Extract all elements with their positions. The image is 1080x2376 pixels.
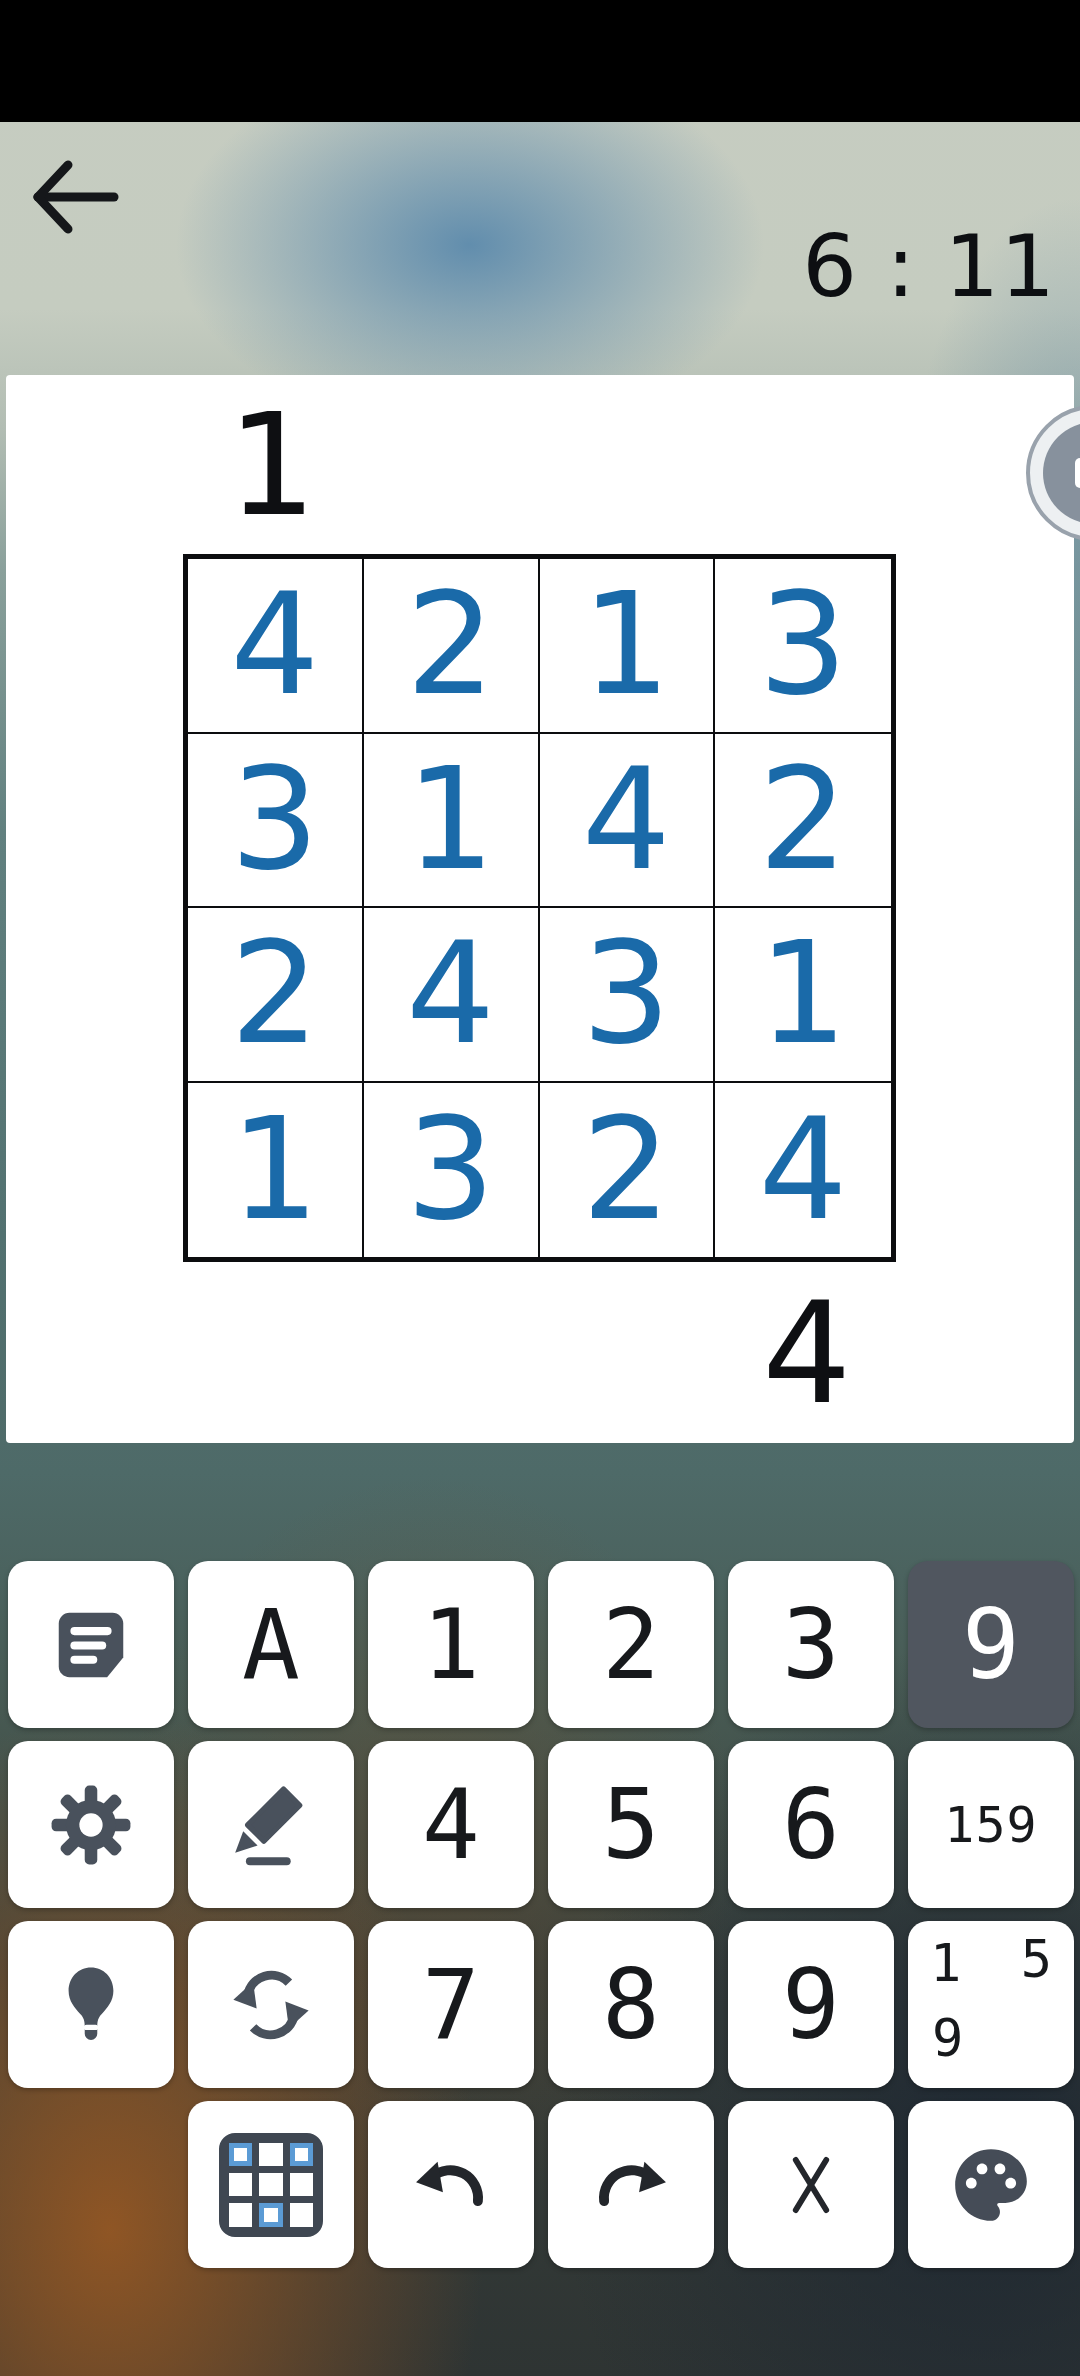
grid-cell[interactable]: 3 bbox=[364, 1083, 540, 1258]
clue-bottom-3 bbox=[540, 1267, 718, 1441]
key-digit-5[interactable]: 5 bbox=[548, 1741, 714, 1908]
multi-select-button[interactable] bbox=[188, 2101, 354, 2268]
sync-icon bbox=[228, 1962, 314, 2048]
grid-cell[interactable]: 1 bbox=[188, 1083, 364, 1258]
key-digit-3[interactable]: 3 bbox=[728, 1561, 894, 1728]
back-arrow-icon bbox=[26, 227, 122, 246]
hint-button[interactable] bbox=[8, 1921, 174, 2088]
grid-cell[interactable]: 2 bbox=[715, 734, 891, 909]
key-digit-2[interactable]: 2 bbox=[548, 1561, 714, 1728]
theme-button[interactable] bbox=[908, 2101, 1074, 2268]
grid-cell[interactable]: 2 bbox=[188, 908, 364, 1083]
key-digit-8[interactable]: 8 bbox=[548, 1921, 714, 2088]
undo-icon bbox=[408, 2142, 494, 2228]
grid-cell[interactable]: 3 bbox=[540, 908, 716, 1083]
grid-cell[interactable]: 2 bbox=[364, 559, 540, 734]
keypad: A 1 2 3 9 bbox=[0, 1561, 1080, 2281]
grid-cell[interactable]: 4 bbox=[364, 908, 540, 1083]
clue-row-bottom: 4 bbox=[183, 1267, 896, 1441]
clue-top-4 bbox=[718, 383, 896, 548]
grid-cell[interactable]: 4 bbox=[540, 734, 716, 909]
key-digit-4[interactable]: 4 bbox=[368, 1741, 534, 1908]
key-digit-6[interactable]: 6 bbox=[728, 1741, 894, 1908]
grid-cell[interactable]: 3 bbox=[715, 559, 891, 734]
clue-top-2 bbox=[361, 383, 539, 548]
undo-button[interactable] bbox=[368, 2101, 534, 2268]
corner-note-bottom-left: 9 bbox=[932, 2012, 963, 2064]
clue-top-3 bbox=[540, 383, 718, 548]
pencil-icon bbox=[228, 1782, 314, 1868]
pencil-mode-button[interactable] bbox=[188, 1741, 354, 1908]
redo-icon bbox=[588, 2142, 674, 2228]
key-digit-9[interactable]: 9 bbox=[728, 1921, 894, 2088]
timer: 6 : 11 bbox=[802, 216, 1056, 316]
key-digit-9-selected[interactable]: 9 bbox=[908, 1561, 1074, 1728]
edge-panel-handle-icon bbox=[1043, 422, 1080, 524]
clue-bottom-2 bbox=[361, 1267, 539, 1441]
close-x-icon bbox=[768, 2142, 854, 2228]
corner-note-top-right: 5 bbox=[1021, 1933, 1052, 1985]
gear-icon bbox=[48, 1782, 134, 1868]
clue-row-top: 1 bbox=[183, 383, 896, 548]
grid-cell[interactable]: 1 bbox=[364, 734, 540, 909]
corner-note-top-left: 1 bbox=[930, 1937, 961, 1989]
key-digit-7[interactable]: 7 bbox=[368, 1921, 534, 2088]
key-letter-a[interactable]: A bbox=[188, 1561, 354, 1728]
notes-button[interactable] bbox=[8, 1561, 174, 1728]
center-notes-preview: 159 bbox=[944, 1800, 1037, 1850]
settings-button[interactable] bbox=[8, 1741, 174, 1908]
grid-cell[interactable]: 4 bbox=[188, 559, 364, 734]
clue-top-1: 1 bbox=[183, 383, 361, 548]
grid-cell[interactable]: 2 bbox=[540, 1083, 716, 1258]
key-digit-1[interactable]: 1 bbox=[368, 1561, 534, 1728]
grid-cell[interactable]: 3 bbox=[188, 734, 364, 909]
redo-button[interactable] bbox=[548, 2101, 714, 2268]
erase-button[interactable] bbox=[728, 2101, 894, 2268]
clue-bottom-1 bbox=[183, 1267, 361, 1441]
check-restart-button[interactable] bbox=[188, 1921, 354, 2088]
lightbulb-icon bbox=[48, 1962, 134, 2048]
grid-cell[interactable]: 1 bbox=[715, 908, 891, 1083]
corner-notes-mode-button[interactable]: 1 5 9 bbox=[908, 1921, 1074, 2088]
palette-icon bbox=[948, 2142, 1034, 2228]
clue-bottom-4: 4 bbox=[718, 1267, 896, 1441]
puzzle-panel: 1 4 2 1 3 3 1 4 2 2 4 3 1 1 3 2 4 4 bbox=[6, 375, 1074, 1443]
sticky-note-icon bbox=[48, 1602, 134, 1688]
back-button[interactable] bbox=[26, 152, 122, 242]
center-notes-mode-button[interactable]: 159 bbox=[908, 1741, 1074, 1908]
status-bar bbox=[0, 0, 1080, 122]
grid-cell[interactable]: 4 bbox=[715, 1083, 891, 1258]
grid-select-icon bbox=[219, 2133, 323, 2237]
grid-cell[interactable]: 1 bbox=[540, 559, 716, 734]
puzzle-grid[interactable]: 4 2 1 3 3 1 4 2 2 4 3 1 1 3 2 4 bbox=[183, 554, 896, 1262]
